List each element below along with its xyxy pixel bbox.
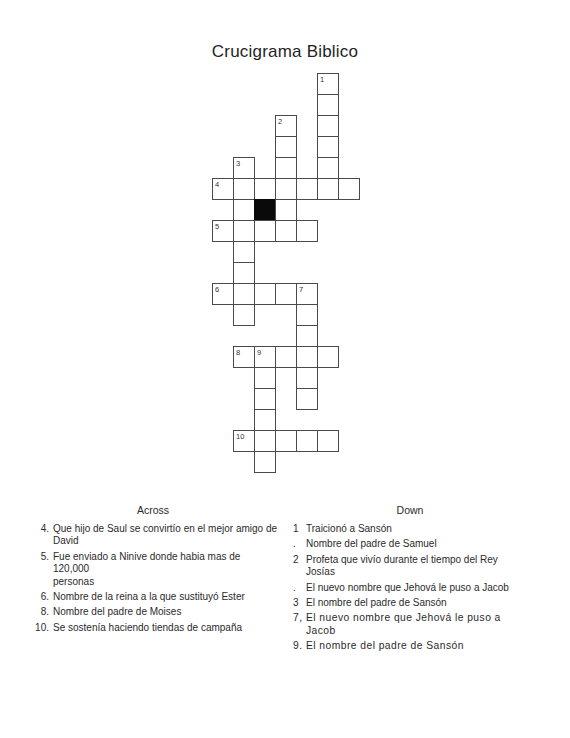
grid-cell[interactable]: [296, 178, 318, 200]
down-clue-7: 7, El nuevo nombre que Jehová le puso a …: [293, 612, 527, 637]
grid-cell[interactable]: 2: [275, 115, 297, 137]
grid-cell[interactable]: [254, 388, 276, 410]
down-clue-2: 2 Profeta que vivío durante el tiempo de…: [293, 554, 527, 579]
grid-cell[interactable]: [233, 178, 255, 200]
grid-cell[interactable]: 8: [233, 346, 255, 368]
down-clue-3: 3 El nombre del padre de Sansón: [293, 597, 527, 609]
grid-cell[interactable]: [275, 283, 297, 305]
clue-number: 2: [293, 554, 303, 579]
grid-cell[interactable]: 4: [212, 178, 234, 200]
clue-number: 7,: [293, 612, 303, 637]
clue-number: 1: [293, 523, 303, 535]
clue-text: Nombre del padre de Samuel: [306, 538, 527, 550]
down-clue-1: 1 Traicionó a Sansón: [293, 523, 527, 535]
grid-cell[interactable]: [275, 346, 297, 368]
clue-number: 5.: [28, 551, 49, 588]
puzzle-title: Crucigrama Biblico: [0, 42, 570, 62]
grid-cell[interactable]: [317, 346, 339, 368]
clue-text: Que hijo de Saul se convirtío en el mejo…: [53, 523, 278, 548]
grid-cell[interactable]: [275, 220, 297, 242]
grid-cell[interactable]: [296, 304, 318, 326]
clue-text: Nombre del padre de Moises: [53, 606, 278, 618]
grid-cell[interactable]: [254, 178, 276, 200]
clue-number: 8.: [28, 606, 49, 618]
grid-cell[interactable]: 9: [254, 346, 276, 368]
down-section: Down 1 Traicionó a Sansón . Nombre del p…: [293, 504, 527, 656]
cell-number: 2: [278, 117, 282, 126]
down-clue-unnumbered-2: . El nuevo nombre que Jehová le puso a J…: [293, 582, 527, 594]
grid-cell[interactable]: 10: [233, 430, 255, 452]
grid-cell[interactable]: [317, 94, 339, 116]
grid-cell[interactable]: [296, 220, 318, 242]
grid-cell[interactable]: [317, 178, 339, 200]
grid-cell[interactable]: [275, 430, 297, 452]
grid-cell[interactable]: 5: [212, 220, 234, 242]
across-clue-5: 5. Fue enviado a Ninive donde habia mas …: [28, 551, 278, 588]
grid-cell[interactable]: [275, 199, 297, 221]
clue-number: 4.: [28, 523, 49, 548]
clue-number: 10.: [28, 622, 49, 634]
grid-cell[interactable]: [296, 367, 318, 389]
clue-number: .: [293, 582, 303, 594]
clue-text: Fue enviado a Ninive donde habia mas de …: [53, 551, 278, 588]
clue-text: El nuevo nombre que Jehová le puso a Jac…: [306, 582, 527, 594]
cell-number: 4: [215, 180, 219, 189]
grid-cell[interactable]: [296, 430, 318, 452]
clue-number: .: [293, 538, 303, 550]
down-clue-unnumbered-1: . Nombre del padre de Samuel: [293, 538, 527, 550]
cell-number: 5: [215, 222, 219, 231]
grid-cell[interactable]: [296, 388, 318, 410]
grid-cell[interactable]: [254, 451, 276, 473]
grid-cell[interactable]: [275, 157, 297, 179]
across-clue-4: 4. Que hijo de Saul se convirtío en el m…: [28, 523, 278, 548]
grid-cell[interactable]: [233, 283, 255, 305]
clue-text: Se sostenía haciendo tiendas de campaña: [53, 622, 278, 634]
grid-cell[interactable]: [254, 367, 276, 389]
down-header: Down: [293, 504, 527, 517]
grid-cell[interactable]: [254, 430, 276, 452]
cell-number: 7: [299, 285, 303, 294]
cell-number: 6: [215, 285, 219, 294]
clue-text: El nombre del padre de Sansón: [306, 640, 527, 652]
across-clue-8: 8. Nombre del padre de Moises: [28, 606, 278, 618]
clue-text: Profeta que vivío durante el tiempo del …: [306, 554, 527, 579]
grid-cell[interactable]: [233, 220, 255, 242]
grid-cell[interactable]: [317, 430, 339, 452]
grid-cell[interactable]: 6: [212, 283, 234, 305]
clue-number: 9.: [293, 640, 303, 652]
across-clue-6: 6. Nombre de la reina a la que sustituyó…: [28, 591, 278, 603]
grid-cell[interactable]: 7: [296, 283, 318, 305]
grid-cell[interactable]: [254, 220, 276, 242]
grid-cell[interactable]: [275, 136, 297, 158]
cell-number: 8: [236, 348, 240, 357]
down-clue-9: 9. El nombre del padre de Sansón: [293, 640, 527, 652]
across-header: Across: [28, 504, 278, 517]
clue-number: 6.: [28, 591, 49, 603]
clue-text: El nuevo nombre que Jehová le puso a Jac…: [306, 612, 527, 637]
grid-cell[interactable]: [338, 178, 360, 200]
grid-cell[interactable]: [296, 325, 318, 347]
across-clue-10: 10. Se sostenía haciendo tiendas de camp…: [28, 622, 278, 634]
grid-cell[interactable]: [233, 262, 255, 284]
crossword-grid: 12345678910: [212, 73, 360, 473]
grid-cell[interactable]: [317, 136, 339, 158]
grid-cell[interactable]: [233, 241, 255, 263]
grid-cell[interactable]: 3: [233, 157, 255, 179]
clue-text: Nombre de la reina a la que sustituyó Es…: [53, 591, 278, 603]
cell-number: 10: [236, 432, 244, 441]
grid-cell[interactable]: [233, 304, 255, 326]
cell-number: 3: [236, 159, 240, 168]
grid-cell[interactable]: [296, 346, 318, 368]
grid-cell[interactable]: 1: [317, 73, 339, 95]
across-section: Across 4. Que hijo de Saul se convirtío …: [28, 504, 278, 637]
clue-text: El nombre del padre de Sansón: [306, 597, 527, 609]
cell-number: 9: [257, 348, 261, 357]
clue-text: Traicionó a Sansón: [306, 523, 527, 535]
clue-number: 3: [293, 597, 303, 609]
grid-cell[interactable]: [317, 115, 339, 137]
grid-cell[interactable]: [233, 199, 255, 221]
black-cell: [254, 199, 276, 221]
grid-cell[interactable]: [317, 157, 339, 179]
grid-cell[interactable]: [275, 178, 297, 200]
grid-cell[interactable]: [254, 409, 276, 431]
cell-number: 1: [320, 75, 324, 84]
grid-cell[interactable]: [254, 283, 276, 305]
